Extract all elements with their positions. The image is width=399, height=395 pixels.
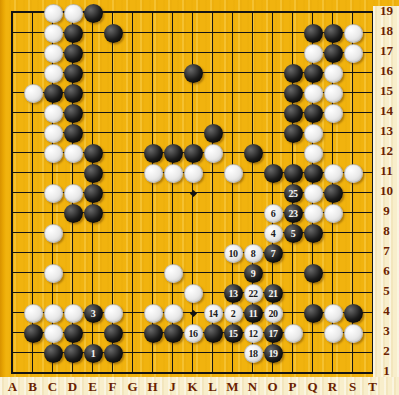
stone-P15[interactable] [284,84,303,103]
stone-C18[interactable] [44,24,63,43]
stone-Q10[interactable] [304,184,323,203]
stone-N4[interactable]: 11 [244,304,263,323]
column-label-D: D [63,379,83,394]
row-label-11: 11 [374,163,399,183]
stone-S17[interactable] [344,44,363,63]
stone-D12[interactable] [64,144,83,163]
move-number: 11 [249,308,257,319]
stone-B4[interactable] [24,304,43,323]
stone-K3[interactable]: 16 [184,324,203,343]
stone-C14[interactable] [44,104,63,123]
column-label-Q: Q [303,379,323,394]
stone-C8[interactable] [44,224,63,243]
stone-Q16[interactable] [304,64,323,83]
stone-B3[interactable] [24,324,43,343]
stone-N2[interactable]: 18 [244,344,263,363]
go-board[interactable]: 256234510879132221314211201615121711819 [3,3,383,383]
stone-K12[interactable] [184,144,203,163]
go-board-diagram: 256234510879132221314211201615121711819 … [0,0,399,395]
row-label-9: 9 [374,203,399,223]
stone-L12[interactable] [204,144,223,163]
stone-O7[interactable]: 7 [264,244,283,263]
column-label-H: H [143,379,163,394]
stone-J12[interactable] [164,144,183,163]
stone-O8[interactable]: 4 [264,224,283,243]
stone-H4[interactable] [144,304,163,323]
stone-P8[interactable]: 5 [284,224,303,243]
row-label-8: 8 [374,223,399,243]
stone-R17[interactable] [324,44,343,63]
stone-P16[interactable] [284,64,303,83]
move-number: 18 [249,348,258,359]
stone-K5[interactable] [184,284,203,303]
stone-R10[interactable] [324,184,343,203]
stone-S18[interactable] [344,24,363,43]
stone-F3[interactable] [104,324,123,343]
stone-H11[interactable] [144,164,163,183]
stone-E2[interactable]: 1 [84,344,103,363]
stone-P14[interactable] [284,104,303,123]
stone-M7[interactable]: 10 [224,244,243,263]
stone-N12[interactable] [244,144,263,163]
stone-E4[interactable]: 3 [84,304,103,323]
stone-E10[interactable] [84,184,103,203]
stone-H12[interactable] [144,144,163,163]
move-number: 4 [271,228,276,239]
stone-N7[interactable]: 8 [244,244,263,263]
stone-P10[interactable]: 25 [284,184,303,203]
row-label-5: 5 [374,283,399,303]
stone-D3[interactable] [64,324,83,343]
stone-Q17[interactable] [304,44,323,63]
stone-P13[interactable] [284,124,303,143]
stone-C16[interactable] [44,64,63,83]
row-label-7: 7 [374,243,399,263]
move-number: 6 [271,208,276,219]
stone-C17[interactable] [44,44,63,63]
stone-F2[interactable] [104,344,123,363]
stone-D9[interactable] [64,204,83,223]
row-label-4: 4 [374,303,399,323]
move-number: 10 [229,248,238,259]
stone-L3[interactable] [204,324,223,343]
move-number: 21 [269,288,278,299]
move-number: 3 [91,308,96,319]
column-label-E: E [83,379,103,394]
move-number: 25 [289,188,298,199]
column-label-G: G [123,379,143,394]
stone-C2[interactable] [44,344,63,363]
stone-R14[interactable] [324,104,343,123]
column-label-L: L [203,379,223,394]
stone-O11[interactable] [264,164,283,183]
stone-O2[interactable]: 19 [264,344,283,363]
move-number: 20 [269,308,278,319]
stone-D14[interactable] [64,104,83,123]
stone-J11[interactable] [164,164,183,183]
row-label-14: 14 [374,103,399,123]
column-label-K: K [183,379,203,394]
column-label-C: C [43,379,63,394]
move-number: 5 [291,228,296,239]
stone-N3[interactable]: 12 [244,324,263,343]
stone-E9[interactable] [84,204,103,223]
stone-E11[interactable] [84,164,103,183]
stone-Q11[interactable] [304,164,323,183]
row-label-19: 19 [374,3,399,23]
stone-J6[interactable] [164,264,183,283]
column-label-B: B [23,379,43,394]
stone-C15[interactable] [44,84,63,103]
stone-K11[interactable] [184,164,203,183]
column-label-S: S [343,379,363,394]
stone-D17[interactable] [64,44,83,63]
stone-D15[interactable] [64,84,83,103]
stone-D4[interactable] [64,304,83,323]
stone-L4[interactable]: 14 [204,304,223,323]
row-label-6: 6 [374,263,399,283]
stone-Q18[interactable] [304,24,323,43]
stone-S4[interactable] [344,304,363,323]
stone-R11[interactable] [324,164,343,183]
move-number: 12 [249,328,258,339]
stone-Q12[interactable] [304,144,323,163]
stone-Q9[interactable] [304,204,323,223]
stone-Q4[interactable] [304,304,323,323]
move-number: 14 [209,308,218,319]
move-number: 7 [271,248,276,259]
stone-Q14[interactable] [304,104,323,123]
stone-J3[interactable] [164,324,183,343]
stone-R9[interactable] [324,204,343,223]
stone-O3[interactable]: 17 [264,324,283,343]
stone-E12[interactable] [84,144,103,163]
move-number: 23 [289,208,298,219]
stone-P9[interactable]: 23 [284,204,303,223]
row-label-17: 17 [374,43,399,63]
stone-S11[interactable] [344,164,363,183]
stone-D2[interactable] [64,344,83,363]
move-number: 19 [269,348,278,359]
column-label-P: P [283,379,303,394]
stone-D18[interactable] [64,24,83,43]
stone-O9[interactable]: 6 [264,204,283,223]
column-label-F: F [103,379,123,394]
move-number: 16 [189,328,198,339]
stone-D19[interactable] [64,4,83,23]
column-label-T: T [363,379,383,394]
row-label-13: 13 [374,123,399,143]
stone-Q13[interactable] [304,124,323,143]
stone-B15[interactable] [24,84,43,103]
move-number: 17 [269,328,278,339]
row-label-10: 10 [374,183,399,203]
stone-O5[interactable]: 21 [264,284,283,303]
stone-P11[interactable] [284,164,303,183]
stone-C13[interactable] [44,124,63,143]
stone-P3[interactable] [284,324,303,343]
stone-F18[interactable] [104,24,123,43]
stone-M5[interactable]: 13 [224,284,243,303]
stone-E19[interactable] [84,4,103,23]
row-label-15: 15 [374,83,399,103]
column-label-J: J [163,379,183,394]
stone-R4[interactable] [324,304,343,323]
stone-H3[interactable] [144,324,163,343]
column-label-N: N [243,379,263,394]
stone-Q8[interactable] [304,224,323,243]
stone-C6[interactable] [44,264,63,283]
column-label-O: O [263,379,283,394]
move-number: 15 [229,328,238,339]
stone-F4[interactable] [104,304,123,323]
stone-Q15[interactable] [304,84,323,103]
stone-D13[interactable] [64,124,83,143]
stone-D16[interactable] [64,64,83,83]
move-number: 2 [231,308,236,319]
stone-J4[interactable] [164,304,183,323]
column-label-A: A [3,379,23,394]
stone-S3[interactable] [344,324,363,343]
move-number: 1 [91,348,96,359]
stone-R3[interactable] [324,324,343,343]
row-label-12: 12 [374,143,399,163]
row-label-3: 3 [374,323,399,343]
stone-M3[interactable]: 15 [224,324,243,343]
stone-L13[interactable] [204,124,223,143]
stone-C12[interactable] [44,144,63,163]
stone-C10[interactable] [44,184,63,203]
move-number: 8 [251,248,256,259]
row-label-16: 16 [374,63,399,83]
stone-R16[interactable] [324,64,343,83]
stone-M11[interactable] [224,164,243,183]
move-number: 9 [251,268,256,279]
stone-Q6[interactable] [304,264,323,283]
stone-O4[interactable]: 20 [264,304,283,323]
stone-K16[interactable] [184,64,203,83]
stone-C19[interactable] [44,4,63,23]
stone-M4[interactable]: 2 [224,304,243,323]
stone-D10[interactable] [64,184,83,203]
stone-N5[interactable]: 22 [244,284,263,303]
move-number: 22 [249,288,258,299]
move-number: 13 [229,288,238,299]
column-label-M: M [223,379,243,394]
row-label-18: 18 [374,23,399,43]
row-label-2: 2 [374,343,399,363]
stone-C3[interactable] [44,324,63,343]
stone-R15[interactable] [324,84,343,103]
stone-N6[interactable]: 9 [244,264,263,283]
stone-R18[interactable] [324,24,343,43]
stone-C4[interactable] [44,304,63,323]
column-label-R: R [323,379,343,394]
